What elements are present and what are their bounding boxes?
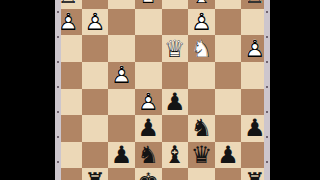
square-c8 <box>188 168 215 180</box>
square-e7: ♞ <box>135 142 162 169</box>
square-g7 <box>82 142 109 169</box>
square-d6 <box>162 115 189 142</box>
edge-strip-left <box>55 0 61 180</box>
strip-dots-left <box>57 0 59 180</box>
strip-dots-right <box>266 0 268 180</box>
square-c6: ♞ <box>188 115 215 142</box>
square-b3 <box>215 35 242 62</box>
square-c5 <box>188 89 215 116</box>
letterbox-left <box>0 0 55 180</box>
square-c7: ♛ <box>188 142 215 169</box>
square-b7: ♟ <box>215 142 242 169</box>
video-frame[interactable]: ♜♖♚♔♝♗♜♖♟♙♟♙♟♙♛♕♞♘♟♙♟♙♟♙♟♟♞♟♟♞♝♛♟♜♚♜ <box>0 0 320 180</box>
square-b5 <box>215 89 242 116</box>
square-f6 <box>108 115 135 142</box>
piece-black-pawn: ♟ <box>108 142 135 169</box>
square-c2: ♟♙ <box>188 9 215 36</box>
square-b8 <box>215 168 242 180</box>
square-d3: ♛♕ <box>162 35 189 62</box>
piece-black-rook: ♜ <box>82 168 109 180</box>
piece-white-pawn: ♟♙ <box>135 89 162 116</box>
square-e8: ♚ <box>135 168 162 180</box>
piece-white-pawn: ♟♙ <box>82 9 109 36</box>
piece-white-king: ♚♔ <box>135 0 162 9</box>
letterbox-right <box>270 0 320 180</box>
square-f5 <box>108 89 135 116</box>
square-g4 <box>82 62 109 89</box>
square-f3 <box>108 35 135 62</box>
piece-black-king: ♚ <box>135 168 162 180</box>
piece-black-knight: ♞ <box>188 115 215 142</box>
piece-black-pawn: ♟ <box>215 142 242 169</box>
square-f4: ♟♙ <box>108 62 135 89</box>
square-g8: ♜ <box>82 168 109 180</box>
piece-black-knight: ♞ <box>135 142 162 169</box>
square-b4 <box>215 62 242 89</box>
square-b1 <box>215 0 242 9</box>
square-f7: ♟ <box>108 142 135 169</box>
square-e4 <box>135 62 162 89</box>
square-e1: ♚♔ <box>135 0 162 9</box>
square-d2 <box>162 9 189 36</box>
square-d7: ♝ <box>162 142 189 169</box>
square-g5 <box>82 89 109 116</box>
piece-white-knight: ♞♘ <box>188 35 215 62</box>
chess-board: ♜♖♚♔♝♗♜♖♟♙♟♙♟♙♛♕♞♘♟♙♟♙♟♙♟♟♞♟♟♞♝♛♟♜♚♜ <box>55 0 268 180</box>
piece-white-queen: ♛♕ <box>162 35 189 62</box>
square-e6: ♟ <box>135 115 162 142</box>
square-f8 <box>108 168 135 180</box>
square-b2 <box>215 9 242 36</box>
square-d5: ♟ <box>162 89 189 116</box>
piece-black-bishop: ♝ <box>162 142 189 169</box>
square-c4 <box>188 62 215 89</box>
piece-white-pawn: ♟♙ <box>188 9 215 36</box>
square-e3 <box>135 35 162 62</box>
square-e5: ♟♙ <box>135 89 162 116</box>
square-b6 <box>215 115 242 142</box>
square-g6 <box>82 115 109 142</box>
square-g3 <box>82 35 109 62</box>
piece-white-pawn: ♟♙ <box>108 62 135 89</box>
square-g2: ♟♙ <box>82 9 109 36</box>
square-e2 <box>135 9 162 36</box>
square-f1 <box>108 0 135 9</box>
square-d1 <box>162 0 189 9</box>
square-d8 <box>162 168 189 180</box>
piece-black-pawn: ♟ <box>135 115 162 142</box>
square-d4 <box>162 62 189 89</box>
square-f2 <box>108 9 135 36</box>
piece-black-queen: ♛ <box>188 142 215 169</box>
square-c3: ♞♘ <box>188 35 215 62</box>
piece-black-pawn: ♟ <box>162 89 189 116</box>
